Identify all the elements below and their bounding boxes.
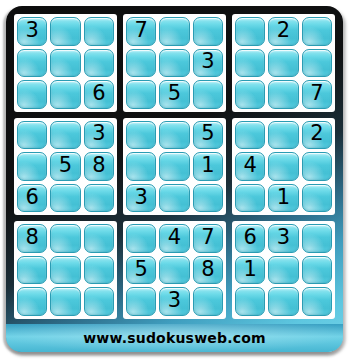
cell-r3c3[interactable]: 6 — [84, 80, 114, 109]
cell-r9c7[interactable] — [235, 287, 265, 316]
cell-r4c8[interactable] — [268, 121, 298, 150]
cell-r8c5[interactable] — [159, 256, 189, 285]
cell-r9c3[interactable] — [84, 287, 114, 316]
given-digit: 4 — [243, 155, 256, 176]
cell-r7c9[interactable] — [302, 224, 332, 253]
cell-r8c4[interactable]: 5 — [126, 256, 156, 285]
cell-r7c2[interactable] — [50, 224, 80, 253]
given-digit: 3 — [201, 51, 214, 72]
given-digit: 6 — [243, 227, 256, 248]
cell-r2c7[interactable] — [235, 49, 265, 78]
box-r2c2: 513 — [123, 118, 226, 216]
cell-r6c1[interactable]: 6 — [17, 184, 47, 213]
cell-r1c5[interactable] — [159, 17, 189, 46]
cell-r7c6[interactable]: 7 — [193, 224, 223, 253]
footer-band: www.sudokusweb.com — [6, 324, 343, 352]
cell-r3c5[interactable]: 5 — [159, 80, 189, 109]
cell-r9c4[interactable] — [126, 287, 156, 316]
given-digit: 8 — [25, 227, 38, 248]
given-digit: 3 — [168, 290, 181, 311]
given-digit: 5 — [168, 83, 181, 104]
box-r1c2: 735 — [123, 14, 226, 112]
cell-r2c3[interactable] — [84, 49, 114, 78]
given-digit: 7 — [134, 20, 147, 41]
cell-r8c1[interactable] — [17, 256, 47, 285]
cell-r8c8[interactable] — [268, 256, 298, 285]
cell-r2c4[interactable] — [126, 49, 156, 78]
given-digit: 7 — [310, 83, 323, 104]
given-digit: 6 — [92, 83, 105, 104]
cell-r1c4[interactable]: 7 — [126, 17, 156, 46]
given-digit: 5 — [201, 123, 214, 144]
given-digit: 8 — [92, 155, 105, 176]
cell-r1c8[interactable]: 2 — [268, 17, 298, 46]
site-url[interactable]: www.sudokusweb.com — [83, 330, 266, 346]
cell-r4c2[interactable] — [50, 121, 80, 150]
cell-r6c5[interactable] — [159, 184, 189, 213]
cell-r3c4[interactable] — [126, 80, 156, 109]
cell-r6c6[interactable] — [193, 184, 223, 213]
cell-r4c4[interactable] — [126, 121, 156, 150]
given-digit: 3 — [92, 123, 105, 144]
cell-r6c9[interactable] — [302, 184, 332, 213]
cell-r5c2[interactable]: 5 — [50, 152, 80, 181]
cell-r7c5[interactable]: 4 — [159, 224, 189, 253]
cell-r8c9[interactable] — [302, 256, 332, 285]
given-digit: 1 — [243, 259, 256, 280]
cell-r9c9[interactable] — [302, 287, 332, 316]
cell-r1c9[interactable] — [302, 17, 332, 46]
cell-r3c2[interactable] — [50, 80, 80, 109]
cell-r1c6[interactable] — [193, 17, 223, 46]
given-digit: 4 — [168, 227, 181, 248]
cell-r4c5[interactable] — [159, 121, 189, 150]
cell-r7c1[interactable]: 8 — [17, 224, 47, 253]
cell-r9c5[interactable]: 3 — [159, 287, 189, 316]
given-digit: 3 — [134, 187, 147, 208]
box-r1c3: 27 — [232, 14, 335, 112]
cell-r4c6[interactable]: 5 — [193, 121, 223, 150]
cell-r5c4[interactable] — [126, 152, 156, 181]
cell-r5c9[interactable] — [302, 152, 332, 181]
cell-r8c2[interactable] — [50, 256, 80, 285]
cell-r9c2[interactable] — [50, 287, 80, 316]
cell-r3c6[interactable] — [193, 80, 223, 109]
box-r1c1: 36 — [14, 14, 117, 112]
cell-r9c8[interactable] — [268, 287, 298, 316]
cell-r3c7[interactable] — [235, 80, 265, 109]
given-digit: 6 — [25, 187, 38, 208]
cell-r6c2[interactable] — [50, 184, 80, 213]
cell-r6c8[interactable]: 1 — [268, 184, 298, 213]
cell-r1c1[interactable]: 3 — [17, 17, 47, 46]
box-r3c3: 631 — [232, 221, 335, 319]
box-r3c1: 8 — [14, 221, 117, 319]
cell-r4c1[interactable] — [17, 121, 47, 150]
cell-r1c7[interactable] — [235, 17, 265, 46]
cell-r5c7[interactable]: 4 — [235, 152, 265, 181]
cell-r3c1[interactable] — [17, 80, 47, 109]
cell-r2c8[interactable] — [268, 49, 298, 78]
given-digit: 3 — [277, 227, 290, 248]
given-digit: 2 — [277, 20, 290, 41]
cell-r5c8[interactable] — [268, 152, 298, 181]
given-digit: 5 — [59, 155, 72, 176]
given-digit: 5 — [134, 259, 147, 280]
board-frame: 36735273586513241847583631 www.sudokuswe… — [6, 6, 343, 352]
given-digit: 8 — [201, 259, 214, 280]
given-digit: 1 — [201, 155, 214, 176]
cell-r5c5[interactable] — [159, 152, 189, 181]
sudoku-board: 36735273586513241847583631 — [14, 14, 335, 319]
cell-r6c7[interactable] — [235, 184, 265, 213]
cell-r4c7[interactable] — [235, 121, 265, 150]
given-digit: 7 — [201, 227, 214, 248]
cell-r5c1[interactable] — [17, 152, 47, 181]
cell-r2c6[interactable]: 3 — [193, 49, 223, 78]
cell-r1c3[interactable] — [84, 17, 114, 46]
cell-r2c9[interactable] — [302, 49, 332, 78]
cell-r7c8[interactable]: 3 — [268, 224, 298, 253]
cell-r2c5[interactable] — [159, 49, 189, 78]
cell-r6c4[interactable]: 3 — [126, 184, 156, 213]
cell-r7c3[interactable] — [84, 224, 114, 253]
cell-r7c7[interactable]: 6 — [235, 224, 265, 253]
given-digit: 1 — [277, 187, 290, 208]
box-r2c3: 241 — [232, 118, 335, 216]
cell-r7c4[interactable] — [126, 224, 156, 253]
cell-r8c3[interactable] — [84, 256, 114, 285]
cell-r3c9[interactable]: 7 — [302, 80, 332, 109]
cell-r9c6[interactable] — [193, 287, 223, 316]
cell-r2c2[interactable] — [50, 49, 80, 78]
sudoku-page: 36735273586513241847583631 www.sudokuswe… — [0, 0, 350, 360]
cell-r4c9[interactable]: 2 — [302, 121, 332, 150]
box-r2c1: 3586 — [14, 118, 117, 216]
given-digit: 3 — [25, 20, 38, 41]
cell-r2c1[interactable] — [17, 49, 47, 78]
cell-r8c7[interactable]: 1 — [235, 256, 265, 285]
cell-r5c3[interactable]: 8 — [84, 152, 114, 181]
cell-r6c3[interactable] — [84, 184, 114, 213]
given-digit: 2 — [310, 123, 323, 144]
box-r3c2: 47583 — [123, 221, 226, 319]
cell-r4c3[interactable]: 3 — [84, 121, 114, 150]
cell-r9c1[interactable] — [17, 287, 47, 316]
cell-r1c2[interactable] — [50, 17, 80, 46]
cell-r3c8[interactable] — [268, 80, 298, 109]
cell-r5c6[interactable]: 1 — [193, 152, 223, 181]
cell-r8c6[interactable]: 8 — [193, 256, 223, 285]
